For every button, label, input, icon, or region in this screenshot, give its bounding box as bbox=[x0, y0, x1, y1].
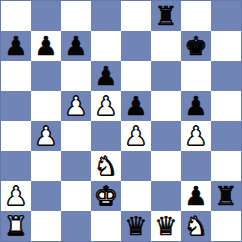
piece-white-pawn: ♟ bbox=[34, 121, 57, 151]
piece-white-rook: ♜ bbox=[4, 211, 27, 241]
square-a4[interactable] bbox=[1, 121, 31, 151]
square-c8[interactable] bbox=[61, 1, 91, 31]
square-e8[interactable] bbox=[121, 1, 151, 31]
square-g7[interactable]: ♚ bbox=[181, 31, 211, 61]
square-g2[interactable]: ♟ bbox=[181, 181, 211, 211]
square-h2[interactable]: ♜ bbox=[211, 181, 241, 211]
square-d7[interactable] bbox=[91, 31, 121, 61]
square-b3[interactable] bbox=[31, 151, 61, 181]
square-b1[interactable] bbox=[31, 211, 61, 241]
square-h3[interactable] bbox=[211, 151, 241, 181]
square-d2[interactable]: ♚ bbox=[91, 181, 121, 211]
square-e1[interactable]: ♛ bbox=[121, 211, 151, 241]
piece-black-rook: ♜ bbox=[154, 1, 177, 31]
square-b2[interactable] bbox=[31, 181, 61, 211]
square-f6[interactable] bbox=[151, 61, 181, 91]
square-a6[interactable] bbox=[1, 61, 31, 91]
square-d8[interactable] bbox=[91, 1, 121, 31]
piece-black-pawn: ♟ bbox=[64, 31, 87, 61]
square-f5[interactable] bbox=[151, 91, 181, 121]
piece-black-queen: ♛ bbox=[154, 211, 177, 241]
square-f2[interactable] bbox=[151, 181, 181, 211]
square-e3[interactable] bbox=[121, 151, 151, 181]
piece-white-knight: ♞ bbox=[184, 211, 207, 241]
square-d3[interactable]: ♞ bbox=[91, 151, 121, 181]
piece-black-rook: ♜ bbox=[214, 181, 237, 211]
piece-black-pawn: ♟ bbox=[124, 91, 147, 121]
square-f8[interactable]: ♜ bbox=[151, 1, 181, 31]
square-c1[interactable] bbox=[61, 211, 91, 241]
square-f1[interactable]: ♛ bbox=[151, 211, 181, 241]
square-g5[interactable]: ♟ bbox=[181, 91, 211, 121]
square-h1[interactable] bbox=[211, 211, 241, 241]
square-b6[interactable] bbox=[31, 61, 61, 91]
piece-white-pawn: ♟ bbox=[64, 91, 87, 121]
square-c2[interactable] bbox=[61, 181, 91, 211]
piece-black-pawn: ♟ bbox=[184, 91, 207, 121]
square-a8[interactable] bbox=[1, 1, 31, 31]
square-d5[interactable]: ♟ bbox=[91, 91, 121, 121]
square-h5[interactable] bbox=[211, 91, 241, 121]
square-b8[interactable] bbox=[31, 1, 61, 31]
square-a7[interactable]: ♟ bbox=[1, 31, 31, 61]
square-g4[interactable]: ♟ bbox=[181, 121, 211, 151]
square-f4[interactable] bbox=[151, 121, 181, 151]
piece-black-pawn: ♟ bbox=[34, 31, 57, 61]
square-a3[interactable] bbox=[1, 151, 31, 181]
square-h8[interactable] bbox=[211, 1, 241, 31]
square-f3[interactable] bbox=[151, 151, 181, 181]
square-a1[interactable]: ♜ bbox=[1, 211, 31, 241]
piece-white-pawn: ♟ bbox=[124, 121, 147, 151]
square-f7[interactable] bbox=[151, 31, 181, 61]
piece-black-king: ♚ bbox=[184, 31, 207, 61]
square-e4[interactable]: ♟ bbox=[121, 121, 151, 151]
square-b5[interactable] bbox=[31, 91, 61, 121]
square-h4[interactable] bbox=[211, 121, 241, 151]
square-g8[interactable] bbox=[181, 1, 211, 31]
square-c4[interactable] bbox=[61, 121, 91, 151]
square-e5[interactable]: ♟ bbox=[121, 91, 151, 121]
piece-white-pawn: ♟ bbox=[184, 121, 207, 151]
piece-white-king: ♚ bbox=[94, 181, 117, 211]
square-c7[interactable]: ♟ bbox=[61, 31, 91, 61]
square-d6[interactable]: ♟ bbox=[91, 61, 121, 91]
square-g1[interactable]: ♞ bbox=[181, 211, 211, 241]
square-b4[interactable]: ♟ bbox=[31, 121, 61, 151]
square-d1[interactable] bbox=[91, 211, 121, 241]
piece-white-pawn: ♟ bbox=[94, 91, 117, 121]
square-a5[interactable] bbox=[1, 91, 31, 121]
square-g3[interactable] bbox=[181, 151, 211, 181]
piece-black-pawn: ♟ bbox=[184, 181, 207, 211]
square-h7[interactable] bbox=[211, 31, 241, 61]
chess-board: ♜♟♟♟♚♟♟♟♟♟♟♟♟♞♟♚♟♜♜♛♛♞ bbox=[0, 0, 242, 242]
square-g6[interactable] bbox=[181, 61, 211, 91]
square-e6[interactable] bbox=[121, 61, 151, 91]
square-c6[interactable] bbox=[61, 61, 91, 91]
square-e2[interactable] bbox=[121, 181, 151, 211]
square-c5[interactable]: ♟ bbox=[61, 91, 91, 121]
square-d4[interactable] bbox=[91, 121, 121, 151]
piece-white-pawn: ♟ bbox=[4, 181, 27, 211]
square-h6[interactable] bbox=[211, 61, 241, 91]
piece-white-knight: ♞ bbox=[94, 151, 117, 181]
piece-black-pawn: ♟ bbox=[94, 61, 117, 91]
square-c3[interactable] bbox=[61, 151, 91, 181]
piece-black-queen: ♛ bbox=[124, 211, 147, 241]
square-a2[interactable]: ♟ bbox=[1, 181, 31, 211]
piece-black-pawn: ♟ bbox=[4, 31, 27, 61]
square-b7[interactable]: ♟ bbox=[31, 31, 61, 61]
square-e7[interactable] bbox=[121, 31, 151, 61]
